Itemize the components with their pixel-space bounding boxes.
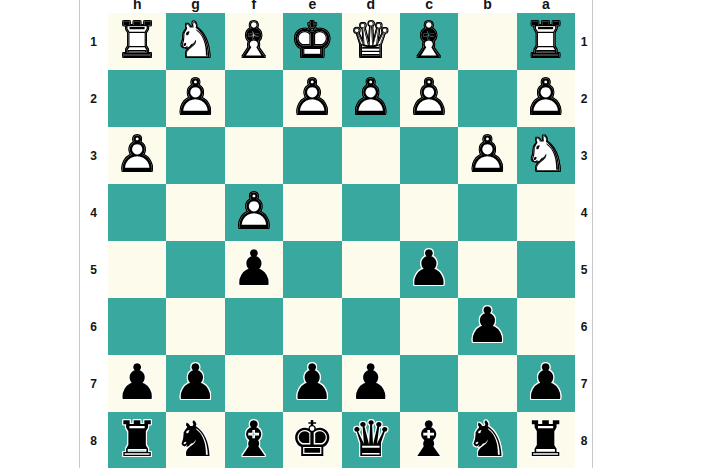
piece-outline-layer: ♕ — [342, 13, 400, 70]
square-c1[interactable]: ♝♗ — [400, 13, 458, 70]
square-g7[interactable]: ♟ — [166, 355, 224, 412]
square-c3[interactable] — [400, 127, 458, 184]
white-rook-piece[interactable]: ♜♖ — [108, 13, 166, 70]
square-e3[interactable] — [283, 127, 341, 184]
black-rook-piece[interactable]: ♜ — [108, 412, 166, 468]
square-f1[interactable]: ♝♗ — [225, 13, 283, 70]
square-a5[interactable] — [517, 241, 575, 298]
white-knight-piece[interactable]: ♞♘ — [517, 127, 575, 184]
piece-solid-layer: ♟ — [458, 298, 516, 355]
square-h4[interactable] — [108, 184, 166, 241]
rank-label-1-left: 1 — [80, 13, 107, 70]
square-a2[interactable]: ♟♙ — [517, 70, 575, 127]
square-d7[interactable]: ♟ — [342, 355, 400, 412]
rank-label-1-right: 1 — [576, 13, 592, 70]
square-b6[interactable]: ♟ — [458, 298, 516, 355]
piece-solid-layer: ♜ — [517, 412, 575, 468]
rank-label-6-right: 6 — [576, 298, 592, 355]
square-d5[interactable] — [342, 241, 400, 298]
square-d2[interactable]: ♟♙ — [342, 70, 400, 127]
piece-outline-layer: ♙ — [458, 127, 516, 184]
white-pawn-piece[interactable]: ♟♙ — [166, 70, 224, 127]
square-f7[interactable] — [225, 355, 283, 412]
rank-label-4-right: 4 — [576, 184, 592, 241]
rank-label-6-left: 6 — [80, 298, 107, 355]
square-h7[interactable]: ♟ — [108, 355, 166, 412]
square-g1[interactable]: ♞♘ — [166, 13, 224, 70]
piece-solid-layer: ♟ — [342, 355, 400, 412]
white-pawn-piece[interactable]: ♟♙ — [108, 127, 166, 184]
square-f5[interactable]: ♟ — [225, 241, 283, 298]
black-queen-piece[interactable]: ♛ — [342, 412, 400, 468]
rank-labels-left: 12345678 — [80, 13, 107, 468]
piece-solid-layer: ♝ — [225, 412, 283, 468]
file-label-b: b — [458, 0, 516, 14]
square-g8[interactable]: ♞ — [166, 412, 224, 468]
square-f3[interactable] — [225, 127, 283, 184]
square-h6[interactable] — [108, 298, 166, 355]
square-d4[interactable] — [342, 184, 400, 241]
square-h1[interactable]: ♜♖ — [108, 13, 166, 70]
square-g6[interactable] — [166, 298, 224, 355]
square-b4[interactable] — [458, 184, 516, 241]
rank-label-4-left: 4 — [80, 184, 107, 241]
black-knight-piece[interactable]: ♞ — [458, 412, 516, 468]
square-h5[interactable] — [108, 241, 166, 298]
white-pawn-piece[interactable]: ♟♙ — [283, 70, 341, 127]
piece-solid-layer: ♛ — [342, 412, 400, 468]
black-pawn-piece[interactable]: ♟ — [517, 355, 575, 412]
rank-label-2-left: 2 — [80, 70, 107, 127]
square-g4[interactable] — [166, 184, 224, 241]
square-h3[interactable]: ♟♙ — [108, 127, 166, 184]
white-pawn-piece[interactable]: ♟♙ — [225, 184, 283, 241]
white-pawn-piece[interactable]: ♟♙ — [400, 70, 458, 127]
piece-solid-layer: ♞ — [458, 412, 516, 468]
rank-label-3-right: 3 — [576, 127, 592, 184]
piece-outline-layer: ♘ — [166, 13, 224, 70]
piece-solid-layer: ♝ — [400, 412, 458, 468]
chess-board: ♜♖♞♘♝♗♚♔♛♕♝♗♜♖♟♙♟♙♟♙♟♙♟♙♟♙♟♙♞♘♟♙♟♟♟♟♟♟♟♟… — [108, 13, 575, 468]
black-pawn-piece[interactable]: ♟ — [400, 241, 458, 298]
white-pawn-piece[interactable]: ♟♙ — [517, 70, 575, 127]
white-queen-piece[interactable]: ♛♕ — [342, 13, 400, 70]
square-g3[interactable] — [166, 127, 224, 184]
square-c8[interactable]: ♝ — [400, 412, 458, 468]
piece-outline-layer: ♙ — [283, 70, 341, 127]
piece-outline-layer: ♙ — [108, 127, 166, 184]
square-a4[interactable] — [517, 184, 575, 241]
piece-solid-layer: ♟ — [225, 241, 283, 298]
square-b7[interactable] — [458, 355, 516, 412]
rank-label-7-right: 7 — [576, 355, 592, 412]
square-a1[interactable]: ♜♖ — [517, 13, 575, 70]
black-bishop-piece[interactable]: ♝ — [400, 412, 458, 468]
square-c6[interactable] — [400, 298, 458, 355]
black-pawn-piece[interactable]: ♟ — [458, 298, 516, 355]
square-d3[interactable] — [342, 127, 400, 184]
square-b8[interactable]: ♞ — [458, 412, 516, 468]
square-e7[interactable]: ♟ — [283, 355, 341, 412]
white-pawn-piece[interactable]: ♟♙ — [458, 127, 516, 184]
square-c7[interactable] — [400, 355, 458, 412]
piece-outline-layer: ♙ — [342, 70, 400, 127]
square-c2[interactable]: ♟♙ — [400, 70, 458, 127]
square-a7[interactable]: ♟ — [517, 355, 575, 412]
black-rook-piece[interactable]: ♜ — [517, 412, 575, 468]
piece-outline-layer: ♗ — [400, 13, 458, 70]
black-pawn-piece[interactable]: ♟ — [225, 241, 283, 298]
square-b3[interactable]: ♟♙ — [458, 127, 516, 184]
piece-outline-layer: ♙ — [166, 70, 224, 127]
square-e8[interactable]: ♚ — [283, 412, 341, 468]
rank-label-5-right: 5 — [576, 241, 592, 298]
square-e6[interactable] — [283, 298, 341, 355]
square-d8[interactable]: ♛ — [342, 412, 400, 468]
rank-label-8-right: 8 — [576, 412, 592, 468]
black-pawn-piece[interactable]: ♟ — [283, 355, 341, 412]
square-e1[interactable]: ♚♔ — [283, 13, 341, 70]
square-b1[interactable] — [458, 13, 516, 70]
piece-outline-layer: ♙ — [400, 70, 458, 127]
square-f2[interactable] — [225, 70, 283, 127]
piece-solid-layer: ♟ — [517, 355, 575, 412]
white-bishop-piece[interactable]: ♝♗ — [400, 13, 458, 70]
piece-outline-layer: ♙ — [517, 70, 575, 127]
white-pawn-piece[interactable]: ♟♙ — [342, 70, 400, 127]
square-c5[interactable]: ♟ — [400, 241, 458, 298]
square-h2[interactable] — [108, 70, 166, 127]
square-a3[interactable]: ♞♘ — [517, 127, 575, 184]
piece-solid-layer: ♟ — [400, 241, 458, 298]
black-bishop-piece[interactable]: ♝ — [225, 412, 283, 468]
piece-solid-layer: ♟ — [166, 355, 224, 412]
piece-solid-layer: ♞ — [166, 412, 224, 468]
square-b5[interactable] — [458, 241, 516, 298]
square-e4[interactable] — [283, 184, 341, 241]
white-rook-piece[interactable]: ♜♖ — [517, 13, 575, 70]
piece-outline-layer: ♖ — [108, 13, 166, 70]
piece-solid-layer: ♚ — [283, 412, 341, 468]
black-pawn-piece[interactable]: ♟ — [166, 355, 224, 412]
square-e5[interactable] — [283, 241, 341, 298]
rank-label-7-left: 7 — [80, 355, 107, 412]
piece-outline-layer: ♖ — [517, 13, 575, 70]
rank-label-3-left: 3 — [80, 127, 107, 184]
piece-outline-layer: ♙ — [225, 184, 283, 241]
square-g5[interactable] — [166, 241, 224, 298]
black-king-piece[interactable]: ♚ — [283, 412, 341, 468]
square-f8[interactable]: ♝ — [225, 412, 283, 468]
piece-outline-layer: ♘ — [517, 127, 575, 184]
panel-divider-right — [592, 0, 593, 468]
square-g2[interactable]: ♟♙ — [166, 70, 224, 127]
square-d6[interactable] — [342, 298, 400, 355]
white-knight-piece[interactable]: ♞♘ — [166, 13, 224, 70]
square-d1[interactable]: ♛♕ — [342, 13, 400, 70]
square-b2[interactable] — [458, 70, 516, 127]
square-e2[interactable]: ♟♙ — [283, 70, 341, 127]
white-bishop-piece[interactable]: ♝♗ — [225, 13, 283, 70]
piece-outline-layer: ♗ — [225, 13, 283, 70]
rank-label-2-right: 2 — [576, 70, 592, 127]
square-a8[interactable]: ♜ — [517, 412, 575, 468]
piece-solid-layer: ♟ — [108, 355, 166, 412]
black-pawn-piece[interactable]: ♟ — [342, 355, 400, 412]
piece-solid-layer: ♟ — [283, 355, 341, 412]
square-f6[interactable] — [225, 298, 283, 355]
square-h8[interactable]: ♜ — [108, 412, 166, 468]
square-f4[interactable]: ♟♙ — [225, 184, 283, 241]
rank-label-5-left: 5 — [80, 241, 107, 298]
rank-labels-right: 12345678 — [576, 13, 592, 468]
piece-outline-layer: ♔ — [283, 13, 341, 70]
black-knight-piece[interactable]: ♞ — [166, 412, 224, 468]
rank-label-8-left: 8 — [80, 412, 107, 468]
black-pawn-piece[interactable]: ♟ — [108, 355, 166, 412]
square-c4[interactable] — [400, 184, 458, 241]
piece-solid-layer: ♜ — [108, 412, 166, 468]
white-king-piece[interactable]: ♚♔ — [283, 13, 341, 70]
square-a6[interactable] — [517, 298, 575, 355]
